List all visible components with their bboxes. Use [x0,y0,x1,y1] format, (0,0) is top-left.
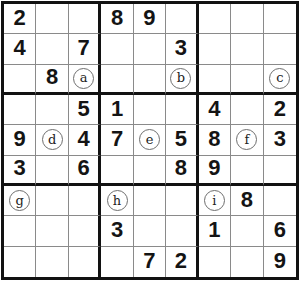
given-digit: 9 [14,128,26,150]
cell-r9c1[interactable] [4,247,36,277]
cell-r4c6[interactable] [166,95,198,125]
cell-r7c3[interactable] [69,186,101,216]
given-digit: 8 [241,189,253,211]
cell-r7c4[interactable]: h [101,186,133,216]
cell-r9c6[interactable]: 2 [166,247,198,277]
given-digit: 1 [111,98,123,120]
cell-r2c2[interactable] [36,34,68,64]
given-digit: 3 [111,219,123,241]
cell-r7c1[interactable]: g [4,186,36,216]
given-digit: 6 [274,219,286,241]
sudoku-board: 2894738abc51429d47e58f33689ghi8316729 [1,1,299,280]
cell-r6c2[interactable] [36,156,68,186]
circled-letter-i: i [204,190,225,211]
cell-r6c9[interactable] [264,156,296,186]
given-digit: 9 [274,250,286,272]
cell-r8c6[interactable] [166,216,198,246]
cell-r5c7[interactable]: 8 [199,125,231,155]
cell-r9c8[interactable] [231,247,263,277]
given-digit: 4 [14,37,26,59]
cell-r7c6[interactable] [166,186,198,216]
cell-r4c1[interactable] [4,95,36,125]
cell-r6c8[interactable] [231,156,263,186]
cell-r1c9[interactable] [264,4,296,34]
given-digit: 6 [77,157,89,179]
cell-r9c7[interactable] [199,247,231,277]
given-digit: 2 [274,98,286,120]
cell-r4c8[interactable] [231,95,263,125]
cell-r7c7[interactable]: i [199,186,231,216]
cell-r8c4[interactable]: 3 [101,216,133,246]
cell-r3c7[interactable] [199,65,231,95]
cell-r5c2[interactable]: d [36,125,68,155]
circled-letter-h: h [107,190,128,211]
cell-r6c3[interactable]: 6 [69,156,101,186]
given-digit: 7 [111,128,123,150]
cell-r4c2[interactable] [36,95,68,125]
cell-r1c8[interactable] [231,4,263,34]
cell-r7c5[interactable] [134,186,166,216]
cell-r8c2[interactable] [36,216,68,246]
given-digit: 7 [77,37,89,59]
cell-r8c8[interactable] [231,216,263,246]
given-digit: 2 [175,250,187,272]
given-digit: 4 [77,128,89,150]
cell-r8c5[interactable] [134,216,166,246]
cell-r2c1[interactable]: 4 [4,34,36,64]
cell-r9c5[interactable]: 7 [134,247,166,277]
cell-r6c6[interactable]: 8 [166,156,198,186]
cell-r1c3[interactable] [69,4,101,34]
given-digit: 7 [143,250,155,272]
cell-r8c3[interactable] [69,216,101,246]
cell-r7c8[interactable]: 8 [231,186,263,216]
cell-r7c9[interactable] [264,186,296,216]
cell-r2c9[interactable] [264,34,296,64]
cell-r3c9[interactable]: c [264,65,296,95]
given-digit: 3 [274,128,286,150]
cell-r3c2[interactable]: 8 [36,65,68,95]
cell-r5c6[interactable]: 5 [166,125,198,155]
cell-r5c1[interactable]: 9 [4,125,36,155]
cell-r6c5[interactable] [134,156,166,186]
cell-r2c7[interactable] [199,34,231,64]
cell-r1c4[interactable]: 8 [101,4,133,34]
given-digit: 5 [77,98,89,120]
given-digit: 9 [208,157,220,179]
cell-r7c2[interactable] [36,186,68,216]
given-digit: 3 [175,37,187,59]
cell-r8c1[interactable] [4,216,36,246]
cell-r5c5[interactable]: e [134,125,166,155]
circled-letter-d: d [42,129,63,150]
cell-r6c1[interactable]: 3 [4,156,36,186]
cell-r4c7[interactable]: 4 [199,95,231,125]
given-digit: 8 [46,66,58,88]
cell-r1c5[interactable]: 9 [134,4,166,34]
circled-letter-f: f [236,129,257,150]
cell-r4c5[interactable] [134,95,166,125]
given-digit: 8 [175,157,187,179]
cell-r4c4[interactable]: 1 [101,95,133,125]
given-digit: 8 [111,7,123,29]
cell-r9c3[interactable] [69,247,101,277]
cell-r3c3[interactable]: a [69,65,101,95]
cell-r1c1[interactable]: 2 [4,4,36,34]
cell-r8c7[interactable]: 1 [199,216,231,246]
circled-letter-e: e [139,129,160,150]
cell-r3c6[interactable]: b [166,65,198,95]
cell-r4c9[interactable]: 2 [264,95,296,125]
given-digit: 3 [14,157,26,179]
cell-r6c7[interactable]: 9 [199,156,231,186]
cell-r5c9[interactable]: 3 [264,125,296,155]
cell-r6c4[interactable] [101,156,133,186]
cell-r2c3[interactable]: 7 [69,34,101,64]
sudoku-board-wrapper: 2894738abc51429d47e58f33689ghi8316729 [0,0,300,281]
cell-r5c8[interactable]: f [231,125,263,155]
cell-r9c9[interactable]: 9 [264,247,296,277]
cell-r2c4[interactable] [101,34,133,64]
given-digit: 2 [14,7,26,29]
cell-r3c5[interactable] [134,65,166,95]
cell-r3c4[interactable] [101,65,133,95]
given-digit: 1 [208,219,220,241]
cell-r5c4[interactable]: 7 [101,125,133,155]
cell-r9c2[interactable] [36,247,68,277]
circled-letter-g: g [9,190,30,211]
given-digit: 9 [143,7,155,29]
given-digit: 8 [208,128,220,150]
cell-r1c2[interactable] [36,4,68,34]
cell-r4c3[interactable]: 5 [69,95,101,125]
given-digit: 5 [175,128,187,150]
cell-r8c9[interactable]: 6 [264,216,296,246]
cell-r2c5[interactable] [134,34,166,64]
cell-r2c6[interactable]: 3 [166,34,198,64]
cell-r9c4[interactable] [101,247,133,277]
cell-r2c8[interactable] [231,34,263,64]
circled-letter-a: a [73,68,94,89]
cell-r3c1[interactable] [4,65,36,95]
cell-r3c8[interactable] [231,65,263,95]
cell-r1c6[interactable] [166,4,198,34]
given-digit: 4 [208,98,220,120]
circled-letter-c: c [269,68,290,89]
circled-letter-b: b [170,68,191,89]
cell-r5c3[interactable]: 4 [69,125,101,155]
cell-r1c7[interactable] [199,4,231,34]
